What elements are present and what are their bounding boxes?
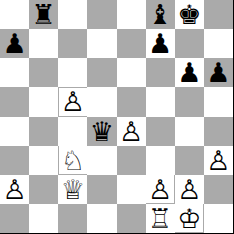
square-g3[interactable] — [175, 146, 204, 175]
square-e5[interactable] — [117, 87, 146, 116]
square-b8[interactable]: ♜ — [29, 0, 58, 29]
square-a7[interactable]: ♟ — [0, 29, 29, 58]
white-pawn-piece-icon: ♙ — [148, 175, 172, 204]
square-e4[interactable]: ♙ — [117, 117, 146, 146]
square-h7[interactable] — [204, 29, 233, 58]
white-pawn-piece-icon: ♙ — [2, 175, 26, 204]
square-d7[interactable] — [87, 29, 116, 58]
white-pawn-piece-icon: ♙ — [119, 117, 143, 146]
square-c6[interactable] — [58, 58, 87, 87]
square-g2[interactable]: ♙ — [175, 175, 204, 204]
square-h3[interactable]: ♙ — [204, 146, 233, 175]
white-piece-backdrop: ♙ — [59, 88, 87, 116]
square-a8[interactable] — [0, 0, 29, 29]
square-c5[interactable]: ♙ — [58, 87, 87, 116]
square-d8[interactable] — [87, 0, 116, 29]
square-b7[interactable] — [29, 29, 58, 58]
square-a4[interactable] — [0, 117, 29, 146]
square-g4[interactable] — [175, 117, 204, 146]
black-queen-piece-icon: ♛ — [90, 117, 114, 146]
square-a2[interactable]: ♙ — [0, 175, 29, 204]
white-queen-piece-icon: ♕ — [61, 175, 85, 204]
square-b4[interactable] — [29, 117, 58, 146]
square-a1[interactable] — [0, 204, 29, 233]
square-g1[interactable]: ♔ — [175, 204, 204, 233]
square-e7[interactable] — [117, 29, 146, 58]
white-king-piece-icon: ♔ — [177, 204, 201, 233]
square-h2[interactable] — [204, 175, 233, 204]
square-c8[interactable] — [58, 0, 87, 29]
square-f7[interactable]: ♟ — [146, 29, 175, 58]
square-c3[interactable]: ♘ — [58, 146, 87, 175]
white-piece-backdrop: ♕ — [59, 175, 87, 203]
square-a5[interactable] — [0, 87, 29, 116]
square-f4[interactable] — [146, 117, 175, 146]
square-f6[interactable] — [146, 58, 175, 87]
white-piece-backdrop: ♙ — [117, 117, 145, 145]
square-e3[interactable] — [117, 146, 146, 175]
square-e2[interactable] — [117, 175, 146, 204]
black-rook-piece-icon: ♜ — [32, 0, 56, 29]
square-a6[interactable] — [0, 58, 29, 87]
square-f8[interactable]: ♝ — [146, 0, 175, 29]
white-knight-piece-icon: ♘ — [61, 146, 85, 175]
square-g8[interactable]: ♚ — [175, 0, 204, 29]
white-pawn-piece-icon: ♙ — [61, 87, 85, 116]
white-rook-piece-icon: ♖ — [148, 204, 172, 233]
square-a3[interactable] — [0, 146, 29, 175]
square-b2[interactable] — [29, 175, 58, 204]
square-c4[interactable] — [58, 117, 87, 146]
white-piece-backdrop: ♙ — [1, 175, 29, 203]
white-piece-backdrop: ♔ — [175, 204, 203, 232]
square-e6[interactable] — [117, 58, 146, 87]
white-piece-backdrop: ♙ — [204, 146, 232, 174]
square-h8[interactable] — [204, 0, 233, 29]
square-f5[interactable] — [146, 87, 175, 116]
square-d1[interactable] — [87, 204, 116, 233]
black-pawn-piece-icon: ♟ — [177, 58, 201, 87]
square-h6[interactable]: ♟ — [204, 58, 233, 87]
square-d2[interactable] — [87, 175, 116, 204]
black-pawn-piece-icon: ♟ — [2, 29, 26, 58]
white-pawn-piece-icon: ♙ — [177, 175, 201, 204]
square-h4[interactable] — [204, 117, 233, 146]
chess-board-frame: ♜♝♚♟♟♟♟♙♛♙♘♙♙♕♙♙♖♔ — [0, 0, 234, 234]
square-b1[interactable] — [29, 204, 58, 233]
white-piece-backdrop: ♙ — [175, 175, 203, 203]
square-d5[interactable] — [87, 87, 116, 116]
square-d3[interactable] — [87, 146, 116, 175]
square-e1[interactable] — [117, 204, 146, 233]
square-h1[interactable] — [204, 204, 233, 233]
white-piece-backdrop: ♙ — [146, 175, 174, 203]
square-b5[interactable] — [29, 87, 58, 116]
square-b6[interactable] — [29, 58, 58, 87]
square-f1[interactable]: ♖ — [146, 204, 175, 233]
black-king-piece-icon: ♚ — [177, 0, 201, 29]
square-c1[interactable] — [58, 204, 87, 233]
black-bishop-piece-icon: ♝ — [148, 0, 172, 29]
square-d6[interactable] — [87, 58, 116, 87]
square-g7[interactable] — [175, 29, 204, 58]
square-b3[interactable] — [29, 146, 58, 175]
white-piece-backdrop: ♖ — [146, 204, 174, 232]
square-c2[interactable]: ♕ — [58, 175, 87, 204]
square-h5[interactable] — [204, 87, 233, 116]
square-c7[interactable] — [58, 29, 87, 58]
square-f3[interactable] — [146, 146, 175, 175]
square-d4[interactable]: ♛ — [87, 117, 116, 146]
square-e8[interactable] — [117, 0, 146, 29]
square-g6[interactable]: ♟ — [175, 58, 204, 87]
white-piece-backdrop: ♘ — [59, 146, 87, 174]
square-g5[interactable] — [175, 87, 204, 116]
black-pawn-piece-icon: ♟ — [148, 29, 172, 58]
white-pawn-piece-icon: ♙ — [206, 146, 230, 175]
square-f2[interactable]: ♙ — [146, 175, 175, 204]
chess-board: ♜♝♚♟♟♟♟♙♛♙♘♙♙♕♙♙♖♔ — [0, 0, 233, 233]
black-pawn-piece-icon: ♟ — [206, 58, 230, 87]
